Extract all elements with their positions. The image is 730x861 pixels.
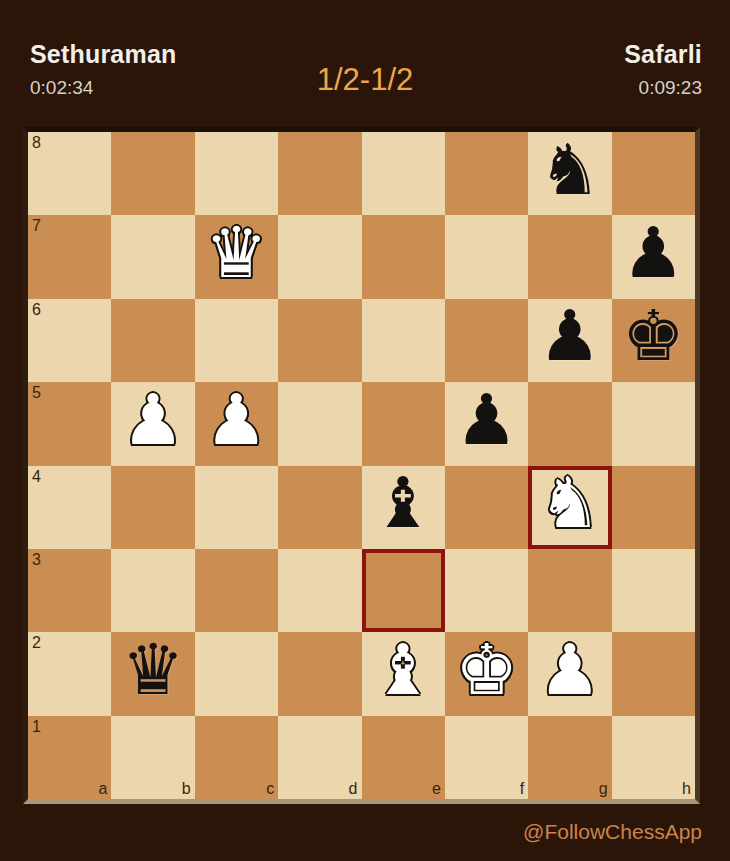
square-c6[interactable] [195,299,278,382]
square-a8[interactable]: 8 [28,132,111,215]
square-e5[interactable] [362,382,445,465]
piece-white-pawn: ♟ [205,385,268,455]
square-h3[interactable] [612,549,695,632]
square-g4[interactable]: ♞ [528,466,611,549]
square-g1[interactable]: g [528,716,611,799]
square-b2[interactable]: ♛ [111,632,194,715]
piece-white-bishop: ♝ [372,635,435,705]
square-f5[interactable]: ♟ [445,382,528,465]
file-label-h: h [682,781,691,797]
square-d2[interactable] [278,632,361,715]
watermark: @FollowChessApp [523,820,702,844]
file-label-f: f [520,781,524,797]
black-player-name: Safarli [624,40,702,69]
square-h2[interactable] [612,632,695,715]
square-c5[interactable]: ♟ [195,382,278,465]
piece-white-queen: ♛ [205,218,268,288]
square-c3[interactable] [195,549,278,632]
black-player-block: Safarli 0:09:23 [624,40,702,99]
rank-label-6: 6 [32,302,41,318]
file-label-e: e [432,781,441,797]
game-result: 1/2-1/2 [0,62,730,98]
file-label-d: d [349,781,358,797]
piece-white-king: ♚ [455,635,518,705]
square-h4[interactable] [612,466,695,549]
rank-label-4: 4 [32,469,41,485]
rank-label-5: 5 [32,385,41,401]
square-a1[interactable]: 1a [28,716,111,799]
rank-label-8: 8 [32,135,41,151]
piece-black-pawn: ♟ [622,218,685,288]
square-g6[interactable]: ♟ [528,299,611,382]
square-f3[interactable] [445,549,528,632]
square-b6[interactable] [111,299,194,382]
file-label-b: b [182,781,191,797]
square-f7[interactable] [445,215,528,298]
piece-black-king: ♚ [622,301,685,371]
square-e6[interactable] [362,299,445,382]
piece-black-bishop: ♝ [372,468,435,538]
square-b1[interactable]: b [111,716,194,799]
piece-black-pawn: ♟ [539,301,602,371]
square-h8[interactable] [612,132,695,215]
square-a7[interactable]: 7 [28,215,111,298]
square-g7[interactable] [528,215,611,298]
square-a3[interactable]: 3 [28,549,111,632]
rank-label-7: 7 [32,218,41,234]
piece-white-pawn: ♟ [122,385,185,455]
square-h5[interactable] [612,382,695,465]
square-e4[interactable]: ♝ [362,466,445,549]
piece-black-pawn: ♟ [455,385,518,455]
square-e8[interactable] [362,132,445,215]
rank-label-1: 1 [32,719,41,735]
square-f4[interactable] [445,466,528,549]
game-header: Sethuraman 0:02:34 1/2-1/2 Safarli 0:09:… [0,0,730,127]
square-d8[interactable] [278,132,361,215]
square-c1[interactable]: c [195,716,278,799]
square-h7[interactable]: ♟ [612,215,695,298]
square-e3[interactable] [362,549,445,632]
square-b4[interactable] [111,466,194,549]
square-f2[interactable]: ♚ [445,632,528,715]
square-b5[interactable]: ♟ [111,382,194,465]
square-g8[interactable]: ♞ [528,132,611,215]
board-frame: 8♞7♛♟6♟♚5♟♟♟4♝♞32♛♝♚♟1abcdefgh [23,127,700,804]
square-d1[interactable]: d [278,716,361,799]
square-d7[interactable] [278,215,361,298]
square-f1[interactable]: f [445,716,528,799]
square-d5[interactable] [278,382,361,465]
square-b3[interactable] [111,549,194,632]
piece-black-knight: ♞ [539,135,602,205]
square-d3[interactable] [278,549,361,632]
piece-black-queen: ♛ [122,635,185,705]
square-d6[interactable] [278,299,361,382]
piece-white-pawn: ♟ [539,635,602,705]
square-b7[interactable] [111,215,194,298]
rank-label-3: 3 [32,552,41,568]
black-player-clock: 0:09:23 [624,77,702,99]
square-d4[interactable] [278,466,361,549]
square-g5[interactable] [528,382,611,465]
square-e1[interactable]: e [362,716,445,799]
square-b8[interactable] [111,132,194,215]
board: 8♞7♛♟6♟♚5♟♟♟4♝♞32♛♝♚♟1abcdefgh [28,132,695,799]
square-g3[interactable] [528,549,611,632]
square-h1[interactable]: h [612,716,695,799]
square-f6[interactable] [445,299,528,382]
file-label-a: a [98,781,107,797]
square-e7[interactable] [362,215,445,298]
square-a4[interactable]: 4 [28,466,111,549]
square-c7[interactable]: ♛ [195,215,278,298]
square-h6[interactable]: ♚ [612,299,695,382]
square-c8[interactable] [195,132,278,215]
square-e2[interactable]: ♝ [362,632,445,715]
square-f8[interactable] [445,132,528,215]
file-label-c: c [266,781,274,797]
square-a6[interactable]: 6 [28,299,111,382]
piece-white-knight: ♞ [539,468,602,538]
square-c4[interactable] [195,466,278,549]
rank-label-2: 2 [32,635,41,651]
square-a5[interactable]: 5 [28,382,111,465]
square-c2[interactable] [195,632,278,715]
square-g2[interactable]: ♟ [528,632,611,715]
square-a2[interactable]: 2 [28,632,111,715]
file-label-g: g [599,781,608,797]
